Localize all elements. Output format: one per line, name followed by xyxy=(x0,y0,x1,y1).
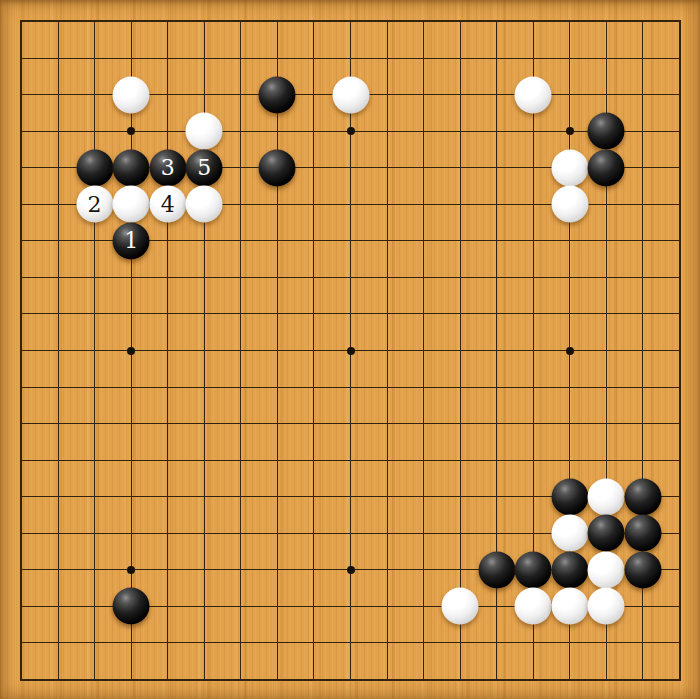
stone-black[interactable] xyxy=(624,515,661,552)
stone-white[interactable]: 2 xyxy=(76,186,113,223)
stone-white[interactable] xyxy=(551,588,588,625)
star-point xyxy=(127,347,135,355)
stone-black[interactable] xyxy=(551,551,588,588)
stone-white[interactable] xyxy=(551,186,588,223)
move-number: 5 xyxy=(186,149,223,186)
stone-white[interactable] xyxy=(551,149,588,186)
move-number: 4 xyxy=(149,186,186,223)
stone-black[interactable] xyxy=(515,551,552,588)
stone-black[interactable] xyxy=(478,551,515,588)
stone-white[interactable]: 4 xyxy=(149,186,186,223)
stone-white[interactable] xyxy=(442,588,479,625)
stone-white[interactable] xyxy=(186,113,223,150)
star-point xyxy=(127,566,135,574)
move-number: 1 xyxy=(113,222,150,259)
stone-white[interactable] xyxy=(332,76,369,113)
stone-black[interactable]: 5 xyxy=(186,149,223,186)
stone-black[interactable] xyxy=(259,149,296,186)
star-point xyxy=(566,127,574,135)
stone-black[interactable] xyxy=(588,149,625,186)
stone-white[interactable] xyxy=(515,588,552,625)
stone-white[interactable] xyxy=(113,76,150,113)
stone-white[interactable] xyxy=(588,588,625,625)
star-point xyxy=(347,566,355,574)
move-number: 2 xyxy=(76,186,113,223)
stone-black[interactable] xyxy=(113,149,150,186)
stone-black[interactable] xyxy=(588,515,625,552)
stone-white[interactable] xyxy=(551,515,588,552)
stone-white[interactable] xyxy=(515,76,552,113)
star-point xyxy=(347,127,355,135)
stone-black[interactable]: 1 xyxy=(113,222,150,259)
stone-black[interactable]: 3 xyxy=(149,149,186,186)
stone-white[interactable] xyxy=(113,186,150,223)
stone-black[interactable] xyxy=(113,588,150,625)
stone-black[interactable] xyxy=(588,113,625,150)
stone-black[interactable] xyxy=(76,149,113,186)
go-board[interactable]: 35241 xyxy=(0,0,700,699)
stone-black[interactable] xyxy=(551,478,588,515)
stone-black[interactable] xyxy=(624,478,661,515)
star-point xyxy=(127,127,135,135)
stone-black[interactable] xyxy=(259,76,296,113)
stone-white[interactable] xyxy=(186,186,223,223)
stone-black[interactable] xyxy=(624,551,661,588)
star-point xyxy=(347,347,355,355)
stone-white[interactable] xyxy=(588,551,625,588)
stone-white[interactable] xyxy=(588,478,625,515)
move-number: 3 xyxy=(149,149,186,186)
star-point xyxy=(566,347,574,355)
